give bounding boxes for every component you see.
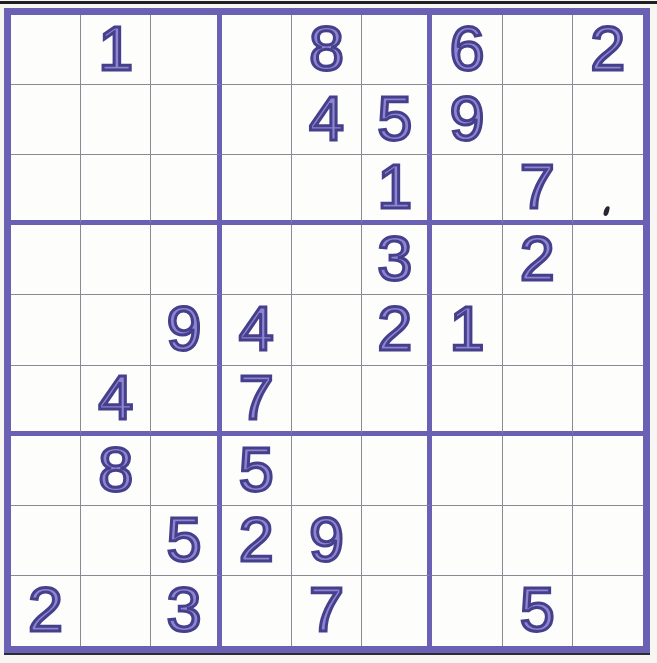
- cell-r5c2[interactable]: [81, 295, 151, 365]
- cell-r6c3[interactable]: [151, 366, 221, 436]
- cell-r2c5[interactable]: 4: [292, 85, 362, 155]
- cell-r3c6[interactable]: 1: [362, 155, 432, 225]
- cell-r3c7[interactable]: [432, 155, 502, 225]
- cell-r1c9[interactable]: 2: [573, 15, 643, 85]
- given-digit: 6: [449, 17, 484, 80]
- cell-r7c4[interactable]: 5: [222, 436, 292, 506]
- cell-r2c6[interactable]: 5: [362, 85, 432, 155]
- cell-r9c3[interactable]: 3: [151, 576, 221, 646]
- cell-r4c2[interactable]: [81, 225, 151, 295]
- cell-r2c9[interactable]: [573, 85, 643, 155]
- cell-r5c1[interactable]: [11, 295, 81, 365]
- cell-r9c5[interactable]: 7: [292, 576, 362, 646]
- cell-r7c8[interactable]: [503, 436, 573, 506]
- cell-r7c1[interactable]: [11, 436, 81, 506]
- cell-r4c7[interactable]: [432, 225, 502, 295]
- cell-r3c1[interactable]: [11, 155, 81, 225]
- cell-r9c4[interactable]: [222, 576, 292, 646]
- cell-r9c9[interactable]: [573, 576, 643, 646]
- given-digit: 1: [449, 297, 484, 360]
- cell-r1c6[interactable]: [362, 15, 432, 85]
- cell-r7c6[interactable]: [362, 436, 432, 506]
- cell-r4c9[interactable]: [573, 225, 643, 295]
- cell-r4c5[interactable]: [292, 225, 362, 295]
- cell-r7c9[interactable]: [573, 436, 643, 506]
- given-digit: 2: [590, 17, 625, 80]
- sudoku-board: 18624591732942147855292375: [4, 8, 650, 653]
- cell-r6c5[interactable]: [292, 366, 362, 436]
- cell-r1c4[interactable]: [222, 15, 292, 85]
- cell-r5c8[interactable]: [503, 295, 573, 365]
- given-digit: 7: [239, 366, 274, 429]
- cell-r9c1[interactable]: 2: [11, 576, 81, 646]
- cell-r6c9[interactable]: [573, 366, 643, 436]
- given-digit: 7: [520, 155, 555, 218]
- cell-r7c7[interactable]: [432, 436, 502, 506]
- given-digit: 2: [520, 227, 555, 290]
- cell-r7c3[interactable]: [151, 436, 221, 506]
- cell-r3c9[interactable]: [573, 155, 643, 225]
- cell-r9c8[interactable]: 5: [503, 576, 573, 646]
- cell-r5c6[interactable]: 2: [362, 295, 432, 365]
- cell-r6c7[interactable]: [432, 366, 502, 436]
- cell-r8c7[interactable]: [432, 506, 502, 576]
- cell-r4c1[interactable]: [11, 225, 81, 295]
- cell-r6c2[interactable]: 4: [81, 366, 151, 436]
- given-digit: 2: [28, 578, 63, 641]
- scanned-sudoku-page: 18624591732942147855292375: [0, 0, 657, 663]
- cell-r1c3[interactable]: [151, 15, 221, 85]
- cell-r8c5[interactable]: 9: [292, 506, 362, 576]
- cell-r7c2[interactable]: 8: [81, 436, 151, 506]
- given-digit: 7: [309, 578, 344, 641]
- cell-r8c9[interactable]: [573, 506, 643, 576]
- cell-r4c8[interactable]: 2: [503, 225, 573, 295]
- given-digit: 8: [309, 17, 344, 80]
- given-digit: 1: [98, 17, 133, 80]
- cell-r3c5[interactable]: [292, 155, 362, 225]
- cell-r6c6[interactable]: [362, 366, 432, 436]
- cell-r4c3[interactable]: [151, 225, 221, 295]
- cell-r5c7[interactable]: 1: [432, 295, 502, 365]
- cell-r2c7[interactable]: 9: [432, 85, 502, 155]
- cell-r8c3[interactable]: 5: [151, 506, 221, 576]
- cell-r1c1[interactable]: [11, 15, 81, 85]
- cell-r8c8[interactable]: [503, 506, 573, 576]
- cell-r3c4[interactable]: [222, 155, 292, 225]
- given-digit: 5: [239, 438, 274, 501]
- cell-r8c2[interactable]: [81, 506, 151, 576]
- cell-r1c5[interactable]: 8: [292, 15, 362, 85]
- cell-r5c9[interactable]: [573, 295, 643, 365]
- given-digit: 9: [309, 508, 344, 571]
- cell-r9c2[interactable]: [81, 576, 151, 646]
- given-digit: 5: [520, 578, 555, 641]
- cell-r2c1[interactable]: [11, 85, 81, 155]
- cell-r3c2[interactable]: [81, 155, 151, 225]
- given-digit: 4: [309, 87, 344, 150]
- cell-r6c4[interactable]: 7: [222, 366, 292, 436]
- cell-r1c2[interactable]: 1: [81, 15, 151, 85]
- cell-r2c8[interactable]: [503, 85, 573, 155]
- cell-r2c3[interactable]: [151, 85, 221, 155]
- given-digit: 1: [377, 155, 412, 218]
- given-digit: 2: [239, 508, 274, 571]
- cell-r9c6[interactable]: [362, 576, 432, 646]
- given-digit: 5: [377, 87, 412, 150]
- cell-r8c6[interactable]: [362, 506, 432, 576]
- cell-r8c4[interactable]: 2: [222, 506, 292, 576]
- given-digit: 4: [98, 366, 133, 429]
- cell-r4c6[interactable]: 3: [362, 225, 432, 295]
- given-digit: 3: [377, 227, 412, 290]
- cell-r2c2[interactable]: [81, 85, 151, 155]
- cell-r2c4[interactable]: [222, 85, 292, 155]
- cell-r5c5[interactable]: [292, 295, 362, 365]
- cell-r5c4[interactable]: 4: [222, 295, 292, 365]
- cell-r3c8[interactable]: 7: [503, 155, 573, 225]
- cell-r9c7[interactable]: [432, 576, 502, 646]
- cell-r1c7[interactable]: 6: [432, 15, 502, 85]
- given-digit: 9: [449, 87, 484, 150]
- given-digit: 9: [167, 297, 202, 360]
- given-digit: 3: [167, 578, 202, 641]
- given-digit: 4: [239, 297, 274, 360]
- cell-r7c5[interactable]: [292, 436, 362, 506]
- scan-edge-line: [0, 1, 657, 4]
- cell-r5c3[interactable]: 9: [151, 295, 221, 365]
- given-digit: 8: [98, 438, 133, 501]
- given-digit: 5: [167, 508, 202, 571]
- cell-r8c1[interactable]: [11, 506, 81, 576]
- cell-r1c8[interactable]: [503, 15, 573, 85]
- cell-r6c1[interactable]: [11, 366, 81, 436]
- cell-r6c8[interactable]: [503, 366, 573, 436]
- cell-r4c4[interactable]: [222, 225, 292, 295]
- given-digit: 2: [377, 297, 412, 360]
- cell-r3c3[interactable]: [151, 155, 221, 225]
